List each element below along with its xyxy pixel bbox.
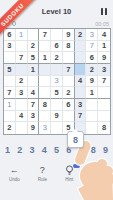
numpad-key-2[interactable]: 2 [17, 145, 22, 155]
cell-r6c8[interactable]: 1 [86, 87, 98, 99]
cell-r3c2[interactable]: 7 [16, 52, 28, 64]
cell-r8c4[interactable] [39, 111, 51, 123]
cell-r6c5[interactable]: 5 [51, 87, 63, 99]
cell-r7c1[interactable]: 1 [4, 99, 16, 111]
rule-label: Rule [38, 177, 47, 182]
cell-r9c3[interactable]: 9 [28, 122, 40, 134]
cell-r7c2[interactable] [16, 99, 28, 111]
cell-r1c4[interactable]: 7 [39, 29, 51, 41]
cell-r7c8[interactable] [86, 99, 98, 111]
undo-button[interactable]: ← Undo [9, 165, 20, 182]
number-pad: 123456789 [5, 145, 108, 155]
cell-r9c4[interactable]: 3 [39, 122, 51, 134]
sudoku-board[interactable]: 6179234326871751269517232349773452117863… [3, 28, 111, 135]
sudoku-app: { "game": "sudoku", "position": "61.7.92… [0, 0, 113, 200]
cell-r9c8[interactable] [86, 122, 98, 134]
cell-r9c9[interactable]: 8 [98, 122, 110, 134]
cell-r8c3[interactable]: 3 [28, 111, 40, 123]
cell-r8c5[interactable]: 9 [51, 111, 63, 123]
cell-r1c6[interactable]: 9 [63, 29, 75, 41]
cell-r4c5[interactable] [51, 64, 63, 76]
numpad-key-9[interactable]: 9 [103, 145, 108, 155]
pause-icon [101, 8, 103, 15]
cell-r7c5[interactable] [51, 99, 63, 111]
pause-icon [105, 8, 107, 15]
hint-count-badge [73, 164, 80, 168]
cell-r2c8[interactable]: 7 [86, 41, 98, 53]
pencil-icon: ✎ [94, 165, 102, 175]
pause-button[interactable] [101, 8, 107, 15]
cell-r3c5[interactable]: 2 [51, 52, 63, 64]
cell-r4c2[interactable] [16, 64, 28, 76]
pencil-button[interactable]: ✎ Pencil [92, 165, 104, 182]
cell-r8c1[interactable] [4, 111, 16, 123]
timer: 00:05 [95, 21, 109, 27]
cell-r1c8[interactable]: 3 [86, 29, 98, 41]
cell-r7c7[interactable]: 3 [75, 99, 87, 111]
cell-r3c8[interactable]: 6 [86, 52, 98, 64]
cell-r7c3[interactable]: 7 [28, 99, 40, 111]
cell-r4c3[interactable]: 1 [28, 64, 40, 76]
cell-r4c1[interactable]: 5 [4, 64, 16, 76]
cell-r9c5[interactable] [51, 122, 63, 134]
cell-r8c8[interactable] [86, 111, 98, 123]
keypress-bubble: 8 [67, 131, 84, 148]
cell-r1c5[interactable] [51, 29, 63, 41]
cell-r4c8[interactable]: 2 [86, 64, 98, 76]
cell-r6c4[interactable] [39, 87, 51, 99]
hint-label: Hint [65, 177, 73, 182]
cell-r6c2[interactable]: 3 [16, 87, 28, 99]
cell-r1c3[interactable] [28, 29, 40, 41]
cell-r2c2[interactable] [16, 41, 28, 53]
hint-button[interactable]: Hint [65, 165, 74, 182]
bulb-icon [65, 165, 74, 175]
cell-r7c9[interactable] [98, 99, 110, 111]
numpad-key-4[interactable]: 4 [42, 145, 47, 155]
cell-r9c2[interactable] [16, 122, 28, 134]
cell-r5c8[interactable]: 9 [86, 76, 98, 88]
rule-button[interactable]: ? Rule [38, 165, 47, 182]
cell-r2c3[interactable]: 2 [28, 41, 40, 53]
cell-r9c1[interactable]: 2 [4, 122, 16, 134]
numpad-key-3[interactable]: 3 [29, 145, 34, 155]
cell-r3c6[interactable] [63, 52, 75, 64]
cell-r8c6[interactable] [63, 111, 75, 123]
cell-r2c5[interactable]: 6 [51, 41, 63, 53]
cell-r2c6[interactable]: 8 [63, 41, 75, 53]
cell-r6c9[interactable] [98, 87, 110, 99]
cell-r6c1[interactable]: 7 [4, 87, 16, 99]
cell-r5c2[interactable]: 2 [16, 76, 28, 88]
cell-r3c1[interactable] [4, 52, 16, 64]
cell-r2c9[interactable]: 1 [98, 41, 110, 53]
cell-r7c4[interactable]: 8 [39, 99, 51, 111]
cell-r1c7[interactable]: 2 [75, 29, 87, 41]
numpad-key-8[interactable]: 8 [91, 145, 96, 155]
cell-r3c9[interactable]: 9 [98, 52, 110, 64]
cell-r3c3[interactable]: 5 [28, 52, 40, 64]
numpad-key-5[interactable]: 5 [54, 145, 59, 155]
undo-arrow-icon: ← [10, 165, 19, 175]
cell-r5c5[interactable]: 3 [51, 76, 63, 88]
cell-r8c9[interactable] [98, 111, 110, 123]
pencil-label: Pencil [92, 177, 104, 182]
cell-r5c1[interactable] [4, 76, 16, 88]
cell-r5c6[interactable] [63, 76, 75, 88]
cell-r4c9[interactable]: 3 [98, 64, 110, 76]
cell-r2c7[interactable] [75, 41, 87, 53]
toolbar: ← Undo ? Rule Hint ✎ Pencil [0, 165, 113, 182]
cell-r3c7[interactable] [75, 52, 87, 64]
cell-r1c2[interactable]: 1 [16, 29, 28, 41]
cell-r7c6[interactable]: 6 [63, 99, 75, 111]
cell-r5c7[interactable]: 4 [75, 76, 87, 88]
cell-r1c9[interactable]: 4 [98, 29, 110, 41]
cell-r3c4[interactable]: 1 [39, 52, 51, 64]
cell-r4c7[interactable] [75, 64, 87, 76]
cell-r2c1[interactable]: 3 [4, 41, 16, 53]
cell-r1c1[interactable]: 6 [4, 29, 16, 41]
cell-r6c7[interactable] [75, 87, 87, 99]
cell-r4c4[interactable] [39, 64, 51, 76]
cell-r5c3[interactable] [28, 76, 40, 88]
cell-r2c4[interactable] [39, 41, 51, 53]
numpad-key-1[interactable]: 1 [5, 145, 10, 155]
cell-r5c4[interactable] [39, 76, 51, 88]
cell-r5c9[interactable]: 7 [98, 76, 110, 88]
undo-label: Undo [9, 177, 20, 182]
cell-r8c7[interactable]: 7 [75, 111, 87, 123]
cell-r4c6[interactable]: 7 [63, 64, 75, 76]
cell-r8c2[interactable]: 4 [16, 111, 28, 123]
cell-r6c6[interactable]: 2 [63, 87, 75, 99]
question-icon: ? [40, 165, 45, 175]
cell-r6c3[interactable]: 4 [28, 87, 40, 99]
